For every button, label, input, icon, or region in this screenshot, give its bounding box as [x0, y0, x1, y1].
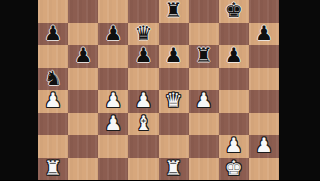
square-d1 [128, 158, 158, 181]
square-b4 [68, 90, 98, 113]
piece-white-queen-e4: ♛ [165, 90, 183, 110]
piece-black-pawn-c7: ♟ [104, 23, 122, 43]
square-a5: ♞ [38, 68, 68, 91]
square-b7 [68, 23, 98, 46]
square-f1 [189, 158, 219, 181]
piece-black-pawn-h7: ♟ [255, 23, 273, 43]
square-h6 [249, 45, 279, 68]
square-g8: ♚ [219, 0, 249, 23]
square-e6: ♟ [159, 45, 189, 68]
square-c1 [98, 158, 128, 181]
piece-black-rook-e8: ♜ [165, 0, 183, 20]
square-g6: ♟ [219, 45, 249, 68]
piece-black-king-g8: ♚ [225, 0, 243, 20]
square-b5 [68, 68, 98, 91]
piece-white-rook-e1: ♜ [165, 158, 183, 178]
square-e7 [159, 23, 189, 46]
square-c5 [98, 68, 128, 91]
square-f8 [189, 0, 219, 23]
square-g2: ♟ [219, 135, 249, 158]
square-h8 [249, 0, 279, 23]
piece-black-pawn-b6: ♟ [74, 45, 92, 65]
video-frame: ♜♚♟♟♛♟♟♟♟♜♟♞♟♟♟♛♟♟♝♟♟♜♜♚ [0, 0, 320, 180]
square-a8 [38, 0, 68, 23]
square-f2 [189, 135, 219, 158]
square-g1: ♚ [219, 158, 249, 181]
square-f5 [189, 68, 219, 91]
piece-white-rook-a1: ♜ [44, 158, 62, 178]
square-a4: ♟ [38, 90, 68, 113]
piece-white-pawn-g2: ♟ [225, 135, 243, 155]
piece-white-pawn-f4: ♟ [195, 90, 213, 110]
square-c4: ♟ [98, 90, 128, 113]
piece-white-pawn-c4: ♟ [104, 90, 122, 110]
square-f7 [189, 23, 219, 46]
square-b8 [68, 0, 98, 23]
piece-white-pawn-c3: ♟ [104, 113, 122, 133]
piece-white-bishop-d3: ♝ [134, 113, 152, 133]
square-h7: ♟ [249, 23, 279, 46]
letterbox-left [0, 0, 38, 180]
square-d8 [128, 0, 158, 23]
square-h2: ♟ [249, 135, 279, 158]
square-e2 [159, 135, 189, 158]
square-e5 [159, 68, 189, 91]
square-a1: ♜ [38, 158, 68, 181]
square-c7: ♟ [98, 23, 128, 46]
square-g4 [219, 90, 249, 113]
chess-board: ♜♚♟♟♛♟♟♟♟♜♟♞♟♟♟♛♟♟♝♟♟♜♜♚ [38, 0, 279, 180]
square-c2 [98, 135, 128, 158]
piece-white-pawn-a4: ♟ [44, 90, 62, 110]
square-f6: ♜ [189, 45, 219, 68]
piece-white-pawn-h2: ♟ [255, 135, 273, 155]
square-b2 [68, 135, 98, 158]
square-h4 [249, 90, 279, 113]
square-a6 [38, 45, 68, 68]
square-d7: ♛ [128, 23, 158, 46]
square-h3 [249, 113, 279, 136]
square-d4: ♟ [128, 90, 158, 113]
piece-black-pawn-d6: ♟ [134, 45, 152, 65]
square-e3 [159, 113, 189, 136]
square-f4: ♟ [189, 90, 219, 113]
piece-black-knight-a5: ♞ [44, 68, 62, 88]
letterbox-right [279, 0, 320, 180]
piece-white-pawn-d4: ♟ [134, 90, 152, 110]
piece-black-pawn-g6: ♟ [225, 45, 243, 65]
piece-black-queen-d7: ♛ [134, 23, 152, 43]
square-e8: ♜ [159, 0, 189, 23]
piece-white-king-g1: ♚ [225, 158, 243, 178]
square-a2 [38, 135, 68, 158]
square-a7: ♟ [38, 23, 68, 46]
square-c8 [98, 0, 128, 23]
square-g3 [219, 113, 249, 136]
piece-black-pawn-a7: ♟ [44, 23, 62, 43]
square-d3: ♝ [128, 113, 158, 136]
square-e1: ♜ [159, 158, 189, 181]
square-g5 [219, 68, 249, 91]
square-h1 [249, 158, 279, 181]
square-b6: ♟ [68, 45, 98, 68]
square-d6: ♟ [128, 45, 158, 68]
square-g7 [219, 23, 249, 46]
square-a3 [38, 113, 68, 136]
square-b3 [68, 113, 98, 136]
square-c6 [98, 45, 128, 68]
square-h5 [249, 68, 279, 91]
square-b1 [68, 158, 98, 181]
square-d5 [128, 68, 158, 91]
square-c3: ♟ [98, 113, 128, 136]
piece-black-rook-f6: ♜ [195, 45, 213, 65]
square-d2 [128, 135, 158, 158]
square-f3 [189, 113, 219, 136]
square-e4: ♛ [159, 90, 189, 113]
piece-black-pawn-e6: ♟ [165, 45, 183, 65]
